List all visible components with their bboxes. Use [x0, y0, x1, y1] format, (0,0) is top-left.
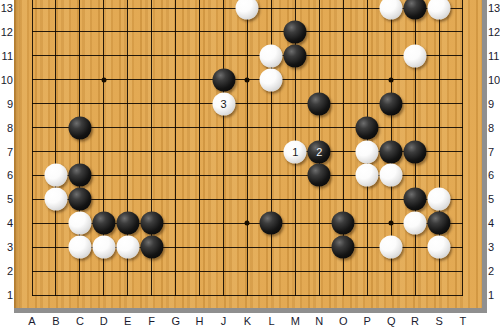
stone-black-C8[interactable] [68, 116, 91, 139]
row-label-left-11: 11 [0, 50, 13, 61]
column-label-N: N [315, 316, 323, 327]
goban[interactable]: 312 [0, 0, 500, 332]
grid-line-col-T [462, 0, 463, 296]
row-label-right-10: 10 [488, 74, 500, 85]
row-label-right-4: 4 [488, 218, 494, 229]
stone-white-C3[interactable] [68, 236, 91, 259]
row-label-left-7: 7 [0, 146, 13, 157]
star-point-K10 [245, 77, 250, 82]
grid-line-col-G [175, 0, 176, 296]
row-label-right-7: 7 [488, 146, 494, 157]
grid-line-row-12 [32, 31, 464, 32]
grid-line-row-11 [32, 55, 464, 56]
stone-white-C4[interactable] [68, 212, 91, 235]
stone-white-P7[interactable] [356, 140, 379, 163]
stone-black-L4[interactable] [260, 212, 283, 235]
grid-line-row-1 [32, 295, 464, 296]
column-label-H: H [196, 316, 204, 327]
stone-white-K13[interactable] [236, 0, 259, 20]
column-label-F: F [148, 316, 155, 327]
move-number-1: 1 [284, 140, 307, 163]
column-label-O: O [339, 316, 348, 327]
stone-black-N9[interactable] [308, 92, 331, 115]
grid-line-col-B [55, 0, 56, 296]
row-label-right-5: 5 [488, 194, 494, 205]
stone-black-Q9[interactable] [380, 92, 403, 115]
stone-black-M11[interactable] [284, 44, 307, 67]
column-label-R: R [411, 316, 419, 327]
column-label-G: G [171, 316, 180, 327]
stone-black-D4[interactable] [92, 212, 115, 235]
stone-black-E4[interactable] [116, 212, 139, 235]
stone-black-F4[interactable] [140, 212, 163, 235]
row-label-left-13: 13 [0, 3, 13, 14]
row-label-left-9: 9 [0, 98, 13, 109]
column-label-L: L [268, 316, 274, 327]
column-label-C: C [76, 316, 84, 327]
grid-line-row-10 [32, 79, 464, 80]
stone-white-L10[interactable] [260, 68, 283, 91]
column-label-K: K [244, 316, 251, 327]
stone-white-Q13[interactable] [380, 0, 403, 20]
stone-white-P6[interactable] [356, 164, 379, 187]
stone-white-B5[interactable] [44, 188, 67, 211]
grid-line-col-J [223, 0, 224, 296]
move-number-3: 3 [212, 92, 235, 115]
row-label-right-12: 12 [488, 26, 500, 37]
grid-line-row-2 [32, 271, 464, 272]
stone-white-Q3[interactable] [380, 236, 403, 259]
stone-black-N6[interactable] [308, 164, 331, 187]
move-number-2: 2 [308, 140, 331, 163]
row-label-right-1: 1 [488, 290, 494, 301]
stone-white-S13[interactable] [428, 0, 451, 20]
column-label-Q: Q [387, 316, 396, 327]
column-label-B: B [52, 316, 59, 327]
row-label-right-6: 6 [488, 170, 494, 181]
row-label-right-9: 9 [488, 98, 494, 109]
grid-line-col-A [32, 0, 33, 296]
stone-white-Q6[interactable] [380, 164, 403, 187]
stone-white-R4[interactable] [404, 212, 427, 235]
stone-black-N7[interactable]: 2 [308, 140, 331, 163]
star-point-K4 [245, 221, 250, 226]
grid-line-row-8 [32, 127, 464, 128]
row-label-right-3: 3 [488, 242, 494, 253]
column-label-S: S [435, 316, 442, 327]
column-label-A: A [28, 316, 35, 327]
stone-white-L11[interactable] [260, 44, 283, 67]
column-label-J: J [221, 316, 227, 327]
stone-white-S5[interactable] [428, 188, 451, 211]
row-label-left-4: 4 [0, 218, 13, 229]
row-label-right-8: 8 [488, 122, 494, 133]
stone-black-R7[interactable] [404, 140, 427, 163]
column-label-M: M [291, 316, 300, 327]
row-label-right-13: 13 [488, 3, 500, 14]
row-label-left-5: 5 [0, 194, 13, 205]
column-label-P: P [364, 316, 371, 327]
star-point-Q10 [389, 77, 394, 82]
stone-white-E3[interactable] [116, 236, 139, 259]
row-label-left-12: 12 [0, 26, 13, 37]
stone-black-C6[interactable] [68, 164, 91, 187]
stone-black-M12[interactable] [284, 20, 307, 43]
row-label-right-2: 2 [488, 266, 494, 277]
grid-line-col-H [199, 0, 200, 296]
star-point-Q4 [389, 221, 394, 226]
stone-white-B6[interactable] [44, 164, 67, 187]
row-label-left-10: 10 [0, 74, 13, 85]
stone-black-J10[interactable] [212, 68, 235, 91]
stone-white-M7[interactable]: 1 [284, 140, 307, 163]
row-label-left-8: 8 [0, 122, 13, 133]
stone-black-F3[interactable] [140, 236, 163, 259]
row-label-left-1: 1 [0, 290, 13, 301]
stone-black-R5[interactable] [404, 188, 427, 211]
star-point-D10 [101, 77, 106, 82]
stone-black-C5[interactable] [68, 188, 91, 211]
stone-black-O4[interactable] [332, 212, 355, 235]
stone-black-S4[interactable] [428, 212, 451, 235]
stone-black-O3[interactable] [332, 236, 355, 259]
row-label-left-2: 2 [0, 266, 13, 277]
row-label-left-6: 6 [0, 170, 13, 181]
stone-black-R13[interactable] [404, 0, 427, 20]
stone-black-P8[interactable] [356, 116, 379, 139]
grid-line-col-K [247, 0, 248, 296]
grid-line-row-5 [32, 199, 464, 200]
go-board-screenshot: 312 13121110987654321 13121110987654321 … [0, 0, 500, 332]
row-label-right-11: 11 [488, 50, 499, 61]
column-label-D: D [100, 316, 108, 327]
column-label-T: T [460, 316, 467, 327]
stone-black-Q7[interactable] [380, 140, 403, 163]
column-label-E: E [124, 316, 131, 327]
row-label-left-3: 3 [0, 242, 13, 253]
stone-white-J9[interactable]: 3 [212, 92, 235, 115]
stone-white-D3[interactable] [92, 236, 115, 259]
stone-white-S3[interactable] [428, 236, 451, 259]
stone-white-R11[interactable] [404, 44, 427, 67]
